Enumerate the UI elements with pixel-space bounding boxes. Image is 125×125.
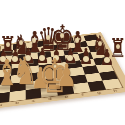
chess-set-photo: abcdefgh 87654321 ♜♞♝♛♚♝♞♜♟♟♟♟♟♟♟♟♝♞♟♚♟: [0, 0, 125, 125]
carved-face-accent: [116, 44, 120, 49]
pieces-layer: ♜♞♝♛♚♝♞♜♟♟♟♟♟♟♟♟♝♞♟♚♟: [0, 0, 125, 125]
pawn-shield-disc: [83, 56, 89, 62]
carved-face-accent: [75, 38, 79, 43]
white-pawn-piece: ♟: [55, 60, 78, 91]
pawn-shield-disc: [104, 57, 110, 63]
